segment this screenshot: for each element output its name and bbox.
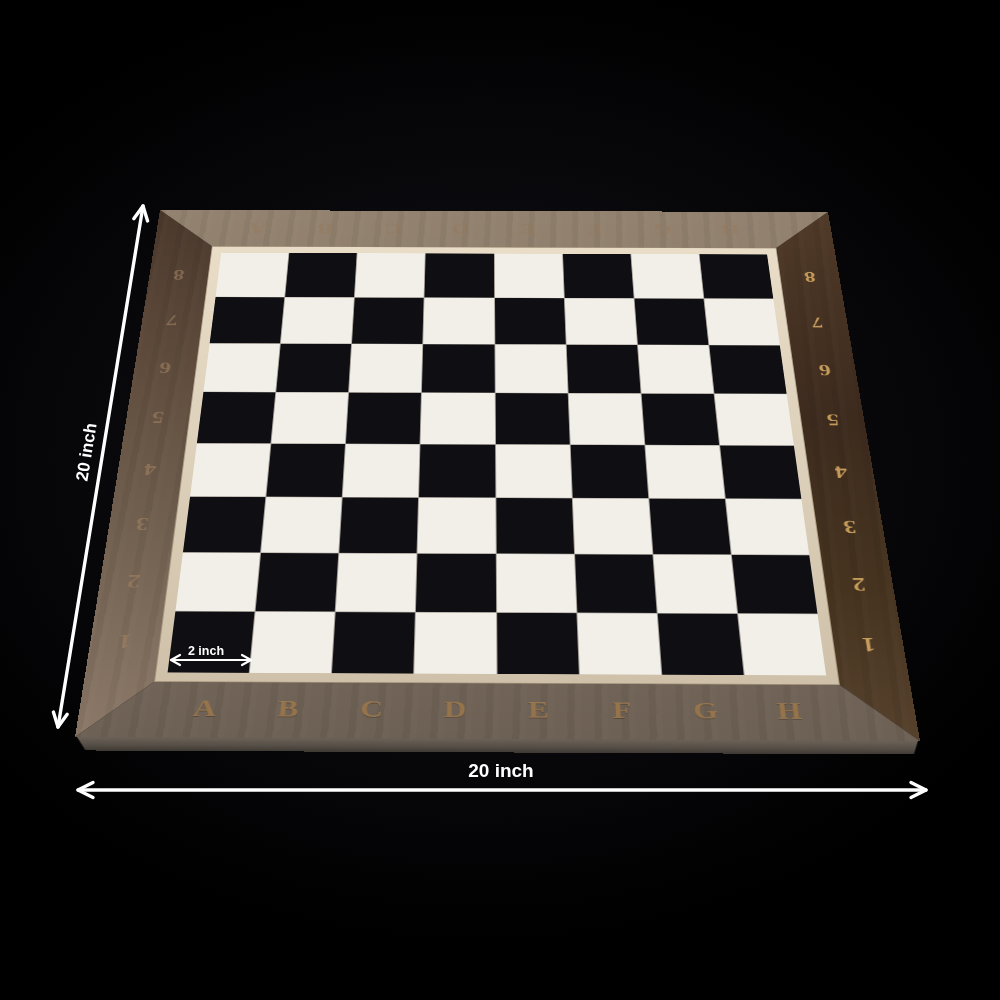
square-d1 xyxy=(415,612,496,673)
product-photo-scene: AABBCCDDEEFFGGHH8877665544332211 20 inch… xyxy=(0,0,1000,1000)
chess-board: AABBCCDDEEFFGGHH8877665544332211 xyxy=(73,210,923,754)
square-f3 xyxy=(572,498,652,554)
square-g7 xyxy=(634,299,708,345)
square-c4 xyxy=(343,444,420,497)
square-e1 xyxy=(497,613,579,674)
square-b4 xyxy=(267,444,346,497)
square-d7 xyxy=(424,298,494,344)
square-b6 xyxy=(276,344,351,392)
square-c5 xyxy=(346,393,421,444)
square-d8 xyxy=(425,253,494,297)
square-h1 xyxy=(738,614,826,676)
square-a7 xyxy=(210,297,285,343)
square-e3 xyxy=(496,498,574,554)
square-c8 xyxy=(355,253,425,297)
square-dimension-label: 2 inch xyxy=(188,644,224,658)
square-b2 xyxy=(256,553,339,611)
square-h7 xyxy=(704,299,780,345)
square-g4 xyxy=(645,445,725,498)
square-e8 xyxy=(494,254,563,298)
square-f6 xyxy=(566,345,640,393)
square-a6 xyxy=(203,344,280,392)
square-c6 xyxy=(349,344,422,392)
square-c3 xyxy=(340,497,419,553)
square-d4 xyxy=(419,444,495,497)
square-a5 xyxy=(197,392,275,443)
square-f7 xyxy=(564,298,636,344)
square-h8 xyxy=(699,254,773,298)
square-b1 xyxy=(250,612,335,673)
square-b8 xyxy=(285,253,357,297)
square-h6 xyxy=(709,346,786,394)
square-h4 xyxy=(720,445,801,498)
square-e4 xyxy=(496,444,572,497)
bottom-width-arrow xyxy=(78,783,926,798)
square-f5 xyxy=(568,394,644,445)
square-f2 xyxy=(575,554,657,612)
square-d5 xyxy=(421,393,495,444)
square-g3 xyxy=(649,498,731,554)
square-h3 xyxy=(726,499,809,555)
square-c7 xyxy=(352,298,424,344)
square-b3 xyxy=(261,497,342,553)
height-dimension-label: 20 inch xyxy=(72,421,101,482)
square-f8 xyxy=(563,254,634,298)
square-f4 xyxy=(570,445,648,498)
board-squares xyxy=(168,253,827,676)
square-a3 xyxy=(183,497,266,553)
width-dimension-label: 20 inch xyxy=(468,760,533,782)
square-d3 xyxy=(418,498,495,554)
square-a2 xyxy=(175,553,260,611)
square-e6 xyxy=(495,345,567,393)
square-g1 xyxy=(658,613,744,675)
square-b7 xyxy=(281,298,354,344)
square-d2 xyxy=(416,554,495,612)
square-g8 xyxy=(631,254,703,298)
square-g5 xyxy=(641,394,719,445)
square-f1 xyxy=(577,613,661,675)
square-c1 xyxy=(332,612,415,673)
square-g6 xyxy=(638,345,714,393)
square-e7 xyxy=(495,298,566,344)
square-a4 xyxy=(190,443,270,496)
square-e2 xyxy=(496,554,576,612)
square-a8 xyxy=(216,253,289,297)
square-c2 xyxy=(336,553,417,611)
square-h5 xyxy=(714,394,793,445)
square-b5 xyxy=(272,393,349,444)
square-g2 xyxy=(653,555,737,614)
square-a1 xyxy=(168,611,255,672)
square-d6 xyxy=(422,345,494,393)
square-e5 xyxy=(495,393,569,444)
square-h2 xyxy=(732,555,818,614)
